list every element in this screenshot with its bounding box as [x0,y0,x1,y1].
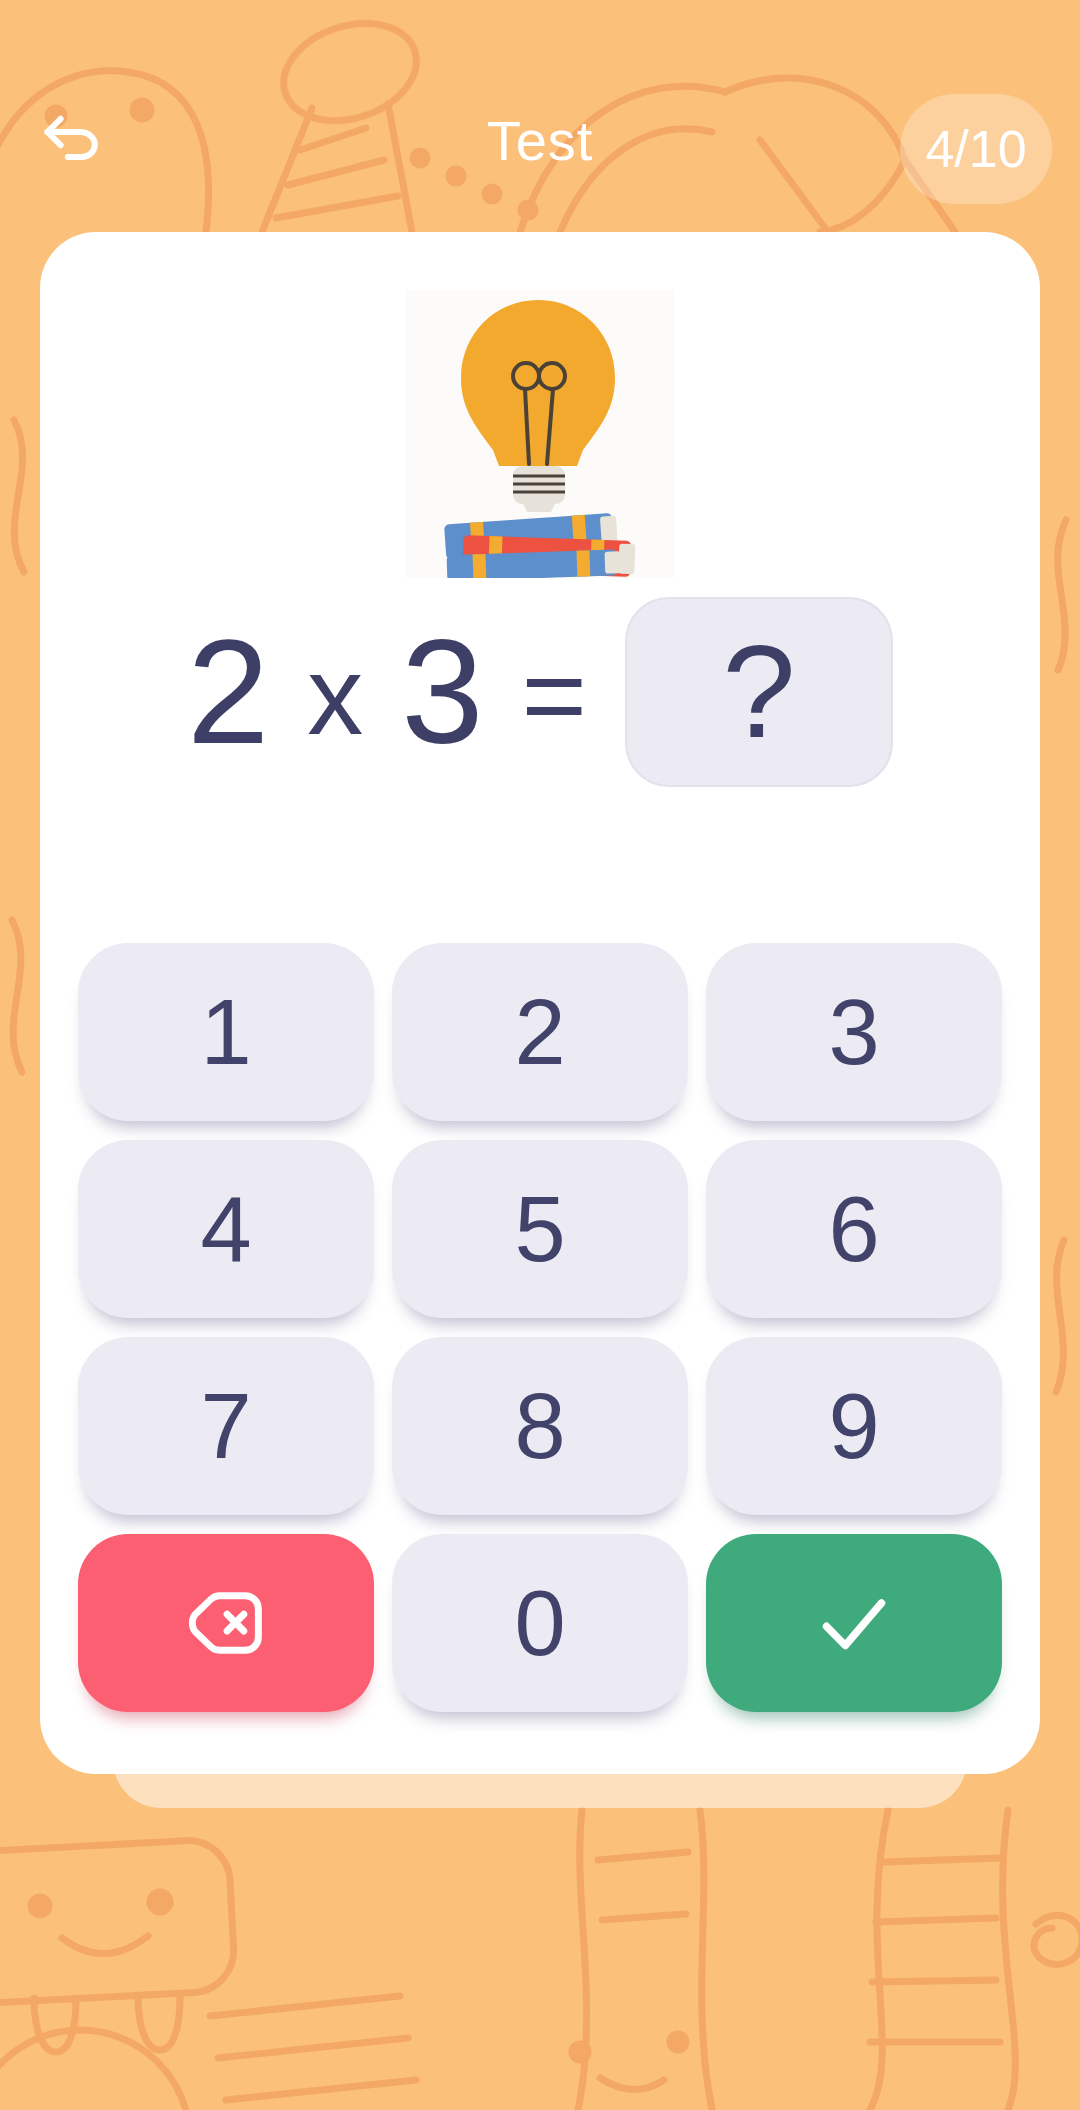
progress-badge: 4/10 [900,94,1052,204]
key-5[interactable]: 5 [392,1140,688,1318]
quiz-card: 2 x 3 = ? 1 2 3 4 5 6 7 8 9 [40,232,1040,1774]
equation-row: 2 x 3 = ? [40,592,1040,792]
key-2[interactable]: 2 [392,943,688,1121]
key-1[interactable]: 1 [78,943,374,1121]
lightbulb-books-illustration [405,290,675,578]
key-7[interactable]: 7 [78,1337,374,1515]
answer-box: ? [625,597,893,787]
key-0[interactable]: 0 [392,1534,688,1712]
multiply-operator: x [307,640,363,752]
equals-sign: = [522,640,587,752]
number-keypad: 1 2 3 4 5 6 7 8 9 0 [78,943,1002,1712]
operand-2: 3 [401,618,483,766]
backspace-button[interactable] [78,1534,374,1712]
lesson-illustration [405,290,675,578]
key-3[interactable]: 3 [706,943,1002,1121]
key-6[interactable]: 6 [706,1140,1002,1318]
operand-1: 2 [187,618,269,766]
key-9[interactable]: 9 [706,1337,1002,1515]
confirm-button[interactable] [706,1534,1002,1712]
answer-placeholder: ? [722,626,795,758]
backspace-icon [182,1583,270,1663]
check-icon [804,1577,904,1669]
key-4[interactable]: 4 [78,1140,374,1318]
key-8[interactable]: 8 [392,1337,688,1515]
app-screen: Test 4/10 [0,0,1080,2110]
top-bar: Test 4/10 [0,0,1080,232]
